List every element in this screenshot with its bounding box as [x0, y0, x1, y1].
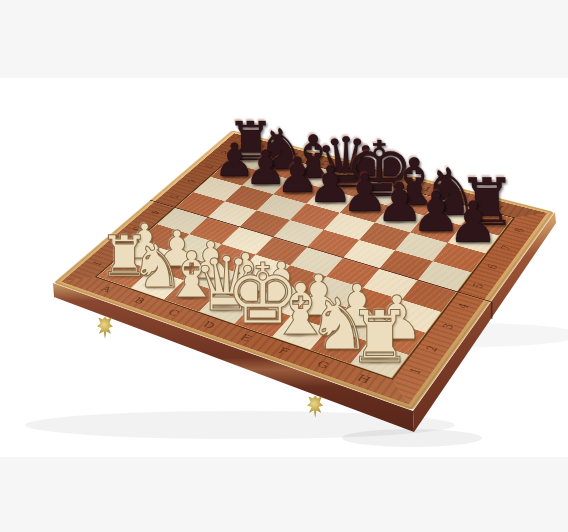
chess-set-photo: AABBCCDDEEFFGGHH1122334455667788 ♜♞♟♝♟♛♟…: [0, 0, 568, 532]
